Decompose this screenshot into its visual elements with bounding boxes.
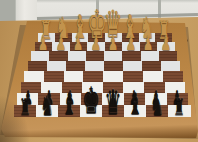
black-knight-g8[interactable]: ♞ bbox=[40, 92, 53, 119]
square-h8[interactable]: ♜ bbox=[14, 105, 36, 117]
white-pawn-e2[interactable]: ♟ bbox=[91, 33, 101, 54]
square-c4[interactable] bbox=[123, 61, 142, 71]
board-rank-2: ♟♟♟♟♟♟♟♟ bbox=[35, 42, 175, 51]
square-d8[interactable]: ♛ bbox=[102, 105, 124, 117]
white-pawn-a2[interactable]: ♟ bbox=[161, 33, 171, 54]
square-f3[interactable] bbox=[68, 51, 86, 61]
square-g5[interactable] bbox=[44, 71, 64, 82]
black-queen-d8[interactable]: ♛ bbox=[105, 85, 122, 119]
board-rank-5 bbox=[24, 71, 183, 82]
square-a2[interactable]: ♟ bbox=[157, 42, 175, 51]
black-rook-h8[interactable]: ♜ bbox=[19, 96, 31, 119]
square-h2[interactable]: ♟ bbox=[35, 42, 53, 51]
square-b4[interactable] bbox=[142, 61, 161, 71]
square-h3[interactable] bbox=[31, 51, 49, 61]
photo-scene: ♜♞♝♚♛♝♞♜♟♟♟♟♟♟♟♟♟♟♟♟♟♟♟♟♜♞♝♚♛♝♞♜ bbox=[0, 0, 198, 142]
square-a4[interactable] bbox=[161, 61, 180, 71]
black-bishop-c8[interactable]: ♝ bbox=[128, 89, 143, 119]
chess-board: ♜♞♝♚♛♝♞♜♟♟♟♟♟♟♟♟♟♟♟♟♟♟♟♟♜♞♝♚♛♝♞♜ bbox=[0, 0, 198, 142]
white-pawn-f2[interactable]: ♟ bbox=[73, 33, 83, 54]
square-c8[interactable]: ♝ bbox=[124, 105, 146, 117]
black-rook-a8[interactable]: ♜ bbox=[174, 96, 186, 119]
square-c3[interactable] bbox=[122, 51, 140, 61]
square-a8[interactable]: ♜ bbox=[168, 105, 190, 117]
white-pawn-h2[interactable]: ♟ bbox=[38, 33, 48, 54]
square-b3[interactable] bbox=[141, 51, 159, 61]
square-f5[interactable] bbox=[64, 71, 84, 82]
white-pawn-b2[interactable]: ♟ bbox=[143, 33, 153, 54]
square-a5[interactable] bbox=[163, 71, 183, 82]
square-g2[interactable]: ♟ bbox=[52, 42, 70, 51]
board-rank-8: ♜♞♝♚♛♝♞♜ bbox=[14, 105, 191, 117]
square-e2[interactable]: ♟ bbox=[87, 42, 105, 51]
square-d5[interactable] bbox=[103, 71, 123, 82]
black-king-e8[interactable]: ♚ bbox=[82, 83, 100, 120]
board-rank-3 bbox=[31, 51, 177, 61]
square-f4[interactable] bbox=[66, 61, 85, 71]
square-a3[interactable] bbox=[159, 51, 177, 61]
square-e8[interactable]: ♚ bbox=[80, 105, 102, 117]
square-h5[interactable] bbox=[24, 71, 44, 82]
square-d3[interactable] bbox=[104, 51, 122, 61]
square-b2[interactable]: ♟ bbox=[140, 42, 158, 51]
square-c2[interactable]: ♟ bbox=[122, 42, 140, 51]
square-b8[interactable]: ♞ bbox=[146, 105, 168, 117]
square-g4[interactable] bbox=[47, 61, 66, 71]
square-d2[interactable]: ♟ bbox=[105, 42, 123, 51]
square-e4[interactable] bbox=[85, 61, 104, 71]
square-b5[interactable] bbox=[143, 71, 163, 82]
black-knight-b8[interactable]: ♞ bbox=[151, 92, 164, 119]
square-g3[interactable] bbox=[49, 51, 67, 61]
square-g8[interactable]: ♞ bbox=[36, 105, 58, 117]
white-pawn-g2[interactable]: ♟ bbox=[56, 33, 66, 54]
black-bishop-f8[interactable]: ♝ bbox=[61, 89, 76, 119]
white-pawn-d2[interactable]: ♟ bbox=[108, 33, 118, 54]
square-h4[interactable] bbox=[28, 61, 47, 71]
white-pawn-c2[interactable]: ♟ bbox=[126, 33, 136, 54]
square-f2[interactable]: ♟ bbox=[70, 42, 88, 51]
square-c5[interactable] bbox=[123, 71, 143, 82]
square-d4[interactable] bbox=[104, 61, 123, 71]
board-rank-4 bbox=[28, 61, 180, 71]
square-e3[interactable] bbox=[86, 51, 104, 61]
square-f8[interactable]: ♝ bbox=[58, 105, 80, 117]
